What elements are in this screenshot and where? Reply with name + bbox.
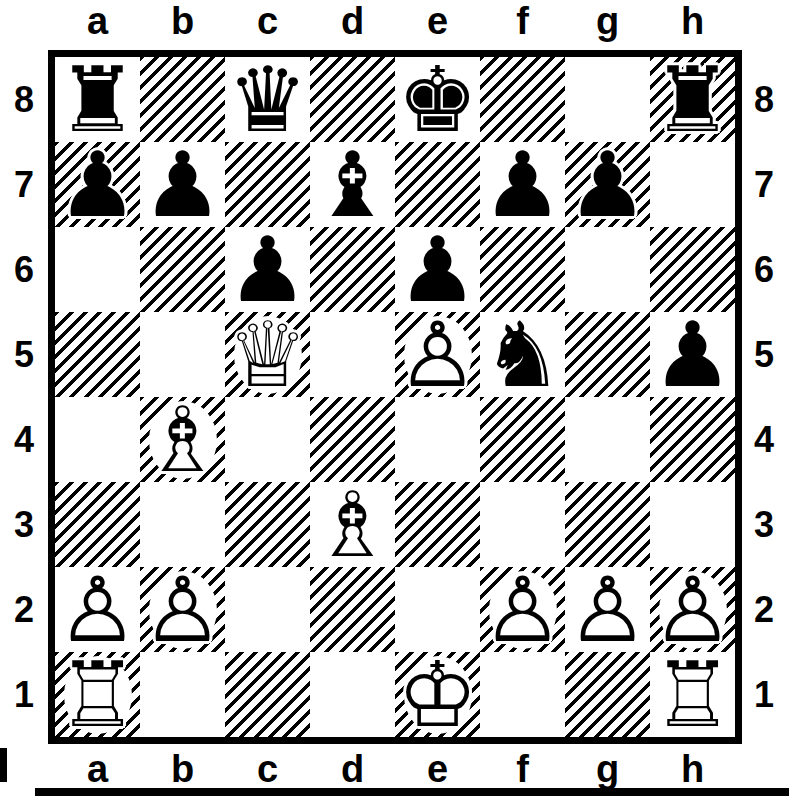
square-b3[interactable] — [140, 482, 225, 567]
square-h5[interactable]: ♟ — [650, 312, 735, 397]
file-label-bottom-b: b — [140, 748, 225, 791]
square-c2[interactable] — [225, 567, 310, 652]
rank-label-left-6: 6 — [6, 227, 42, 312]
square-g6[interactable] — [565, 227, 650, 312]
white-pawn-e5[interactable]: ♙ — [397, 312, 478, 397]
white-rook-h1[interactable]: ♖ — [652, 652, 733, 737]
square-e6[interactable]: ♟ — [395, 227, 480, 312]
rank-label-right-8: 8 — [746, 57, 782, 142]
white-pawn-b2[interactable]: ♙ — [142, 567, 223, 652]
square-d2[interactable] — [310, 567, 395, 652]
square-f4[interactable] — [480, 397, 565, 482]
file-label-top-a: a — [55, 0, 140, 43]
square-d8[interactable] — [310, 57, 395, 142]
file-label-bottom-h: h — [650, 748, 735, 791]
file-label-top-c: c — [225, 0, 310, 43]
square-b2[interactable]: ♙ — [140, 567, 225, 652]
file-label-bottom-c: c — [225, 748, 310, 791]
square-g3[interactable] — [565, 482, 650, 567]
black-knight-f5[interactable]: ♞ — [482, 312, 563, 397]
file-label-bottom-d: d — [310, 748, 395, 791]
rank-label-left-7: 7 — [6, 142, 42, 227]
file-label-bottom-f: f — [480, 748, 565, 791]
square-f6[interactable] — [480, 227, 565, 312]
white-queen-c5[interactable]: ♕ — [227, 312, 308, 397]
rank-label-right-7: 7 — [746, 142, 782, 227]
black-pawn-b7[interactable]: ♟ — [142, 142, 223, 227]
rank-label-left-5: 5 — [6, 312, 42, 397]
square-h7[interactable] — [650, 142, 735, 227]
square-a7[interactable]: ♟ — [55, 142, 140, 227]
white-pawn-f2[interactable]: ♙ — [482, 567, 563, 652]
black-pawn-a7[interactable]: ♟ — [57, 142, 138, 227]
chess-board: ♜♛♚♜♟♟♝♟♟♟♟♕♙♞♟♗♗♙♙♙♙♙♖♔♖ — [48, 50, 742, 744]
square-e2[interactable] — [395, 567, 480, 652]
black-queen-c8[interactable]: ♛ — [227, 57, 308, 142]
square-d6[interactable] — [310, 227, 395, 312]
square-g5[interactable] — [565, 312, 650, 397]
black-rook-h8[interactable]: ♜ — [652, 57, 733, 142]
square-c8[interactable]: ♛ — [225, 57, 310, 142]
file-label-top-f: f — [480, 0, 565, 43]
square-a1[interactable]: ♖ — [55, 652, 140, 737]
black-king-e8[interactable]: ♚ — [397, 57, 478, 142]
file-label-top-e: e — [395, 0, 480, 43]
scan-artifact-bottom-bar — [35, 788, 789, 796]
square-a8[interactable]: ♜ — [55, 57, 140, 142]
white-bishop-b4[interactable]: ♗ — [142, 397, 223, 482]
square-b4[interactable]: ♗ — [140, 397, 225, 482]
square-e3[interactable] — [395, 482, 480, 567]
rank-label-right-1: 1 — [746, 652, 782, 737]
square-f7[interactable]: ♟ — [480, 142, 565, 227]
file-label-bottom-g: g — [565, 748, 650, 791]
black-pawn-f7[interactable]: ♟ — [482, 142, 563, 227]
rank-label-left-1: 1 — [6, 652, 42, 737]
rank-label-right-6: 6 — [746, 227, 782, 312]
square-a6[interactable] — [55, 227, 140, 312]
square-f1[interactable] — [480, 652, 565, 737]
square-c1[interactable] — [225, 652, 310, 737]
square-c4[interactable] — [225, 397, 310, 482]
rank-label-right-2: 2 — [746, 567, 782, 652]
square-f3[interactable] — [480, 482, 565, 567]
black-pawn-g7[interactable]: ♟ — [567, 142, 648, 227]
square-c5[interactable]: ♕ — [225, 312, 310, 397]
square-c7[interactable] — [225, 142, 310, 227]
square-g7[interactable]: ♟ — [565, 142, 650, 227]
file-labels-top: abcdefgh — [55, 0, 735, 43]
square-b6[interactable] — [140, 227, 225, 312]
square-a5[interactable] — [55, 312, 140, 397]
chess-diagram: abcdefgh 87654321 ♜♛♚♜♟♟♝♟♟♟♟♕♙♞♟♗♗♙♙♙♙♙… — [0, 0, 789, 796]
rank-label-left-3: 3 — [6, 482, 42, 567]
square-g2[interactable]: ♙ — [565, 567, 650, 652]
white-pawn-h2[interactable]: ♙ — [652, 567, 733, 652]
square-f8[interactable] — [480, 57, 565, 142]
rank-labels-left: 87654321 — [6, 57, 42, 737]
square-h6[interactable] — [650, 227, 735, 312]
file-label-top-d: d — [310, 0, 395, 43]
square-h8[interactable]: ♜ — [650, 57, 735, 142]
square-e7[interactable] — [395, 142, 480, 227]
square-f5[interactable]: ♞ — [480, 312, 565, 397]
file-label-bottom-a: a — [55, 748, 140, 791]
square-a2[interactable]: ♙ — [55, 567, 140, 652]
square-b1[interactable] — [140, 652, 225, 737]
rank-label-right-4: 4 — [746, 397, 782, 482]
square-d4[interactable] — [310, 397, 395, 482]
square-d7[interactable]: ♝ — [310, 142, 395, 227]
square-b7[interactable]: ♟ — [140, 142, 225, 227]
file-label-top-b: b — [140, 0, 225, 43]
square-e1[interactable]: ♔ — [395, 652, 480, 737]
file-labels-bottom: abcdefgh — [55, 748, 735, 791]
square-h4[interactable] — [650, 397, 735, 482]
square-a4[interactable] — [55, 397, 140, 482]
square-d5[interactable] — [310, 312, 395, 397]
square-e8[interactable]: ♚ — [395, 57, 480, 142]
square-a3[interactable] — [55, 482, 140, 567]
square-c6[interactable]: ♟ — [225, 227, 310, 312]
file-label-top-h: h — [650, 0, 735, 43]
file-label-top-g: g — [565, 0, 650, 43]
rank-label-left-8: 8 — [6, 57, 42, 142]
square-d3[interactable]: ♗ — [310, 482, 395, 567]
black-bishop-d7[interactable]: ♝ — [312, 142, 393, 227]
white-pawn-a2[interactable]: ♙ — [57, 567, 138, 652]
square-g8[interactable] — [565, 57, 650, 142]
square-d1[interactable] — [310, 652, 395, 737]
square-c3[interactable] — [225, 482, 310, 567]
white-pawn-g2[interactable]: ♙ — [567, 567, 648, 652]
rank-label-right-3: 3 — [746, 482, 782, 567]
rank-labels-right: 87654321 — [746, 57, 782, 737]
square-f2[interactable]: ♙ — [480, 567, 565, 652]
rank-label-left-4: 4 — [6, 397, 42, 482]
rank-label-left-2: 2 — [6, 567, 42, 652]
rank-label-right-5: 5 — [746, 312, 782, 397]
black-pawn-c6[interactable]: ♟ — [227, 227, 308, 312]
square-b5[interactable] — [140, 312, 225, 397]
white-rook-a1[interactable]: ♖ — [57, 652, 138, 737]
white-king-e1[interactable]: ♔ — [397, 652, 478, 737]
white-bishop-d3[interactable]: ♗ — [312, 482, 393, 567]
square-g1[interactable] — [565, 652, 650, 737]
square-e4[interactable] — [395, 397, 480, 482]
file-label-bottom-e: e — [395, 748, 480, 791]
square-h3[interactable] — [650, 482, 735, 567]
black-pawn-h5[interactable]: ♟ — [652, 312, 733, 397]
square-h2[interactable]: ♙ — [650, 567, 735, 652]
square-g4[interactable] — [565, 397, 650, 482]
square-b8[interactable] — [140, 57, 225, 142]
black-pawn-e6[interactable]: ♟ — [397, 227, 478, 312]
scan-artifact-left-mark — [0, 748, 7, 782]
black-rook-a8[interactable]: ♜ — [57, 57, 138, 142]
square-h1[interactable]: ♖ — [650, 652, 735, 737]
square-e5[interactable]: ♙ — [395, 312, 480, 397]
